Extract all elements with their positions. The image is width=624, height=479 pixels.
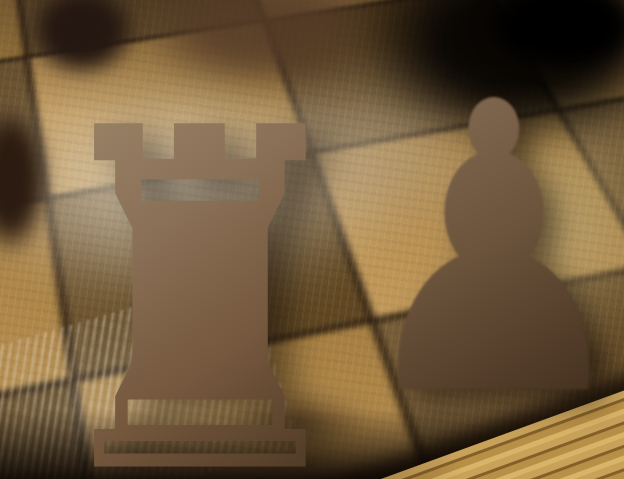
white-rook-glyph: ♜: [31, 69, 368, 479]
white-rook: ♜: [31, 69, 368, 479]
white-pawn-glyph: ♟: [351, 51, 624, 451]
photo-canvas: ♜ ♟: [0, 0, 624, 479]
white-pawn: ♟: [351, 51, 624, 451]
